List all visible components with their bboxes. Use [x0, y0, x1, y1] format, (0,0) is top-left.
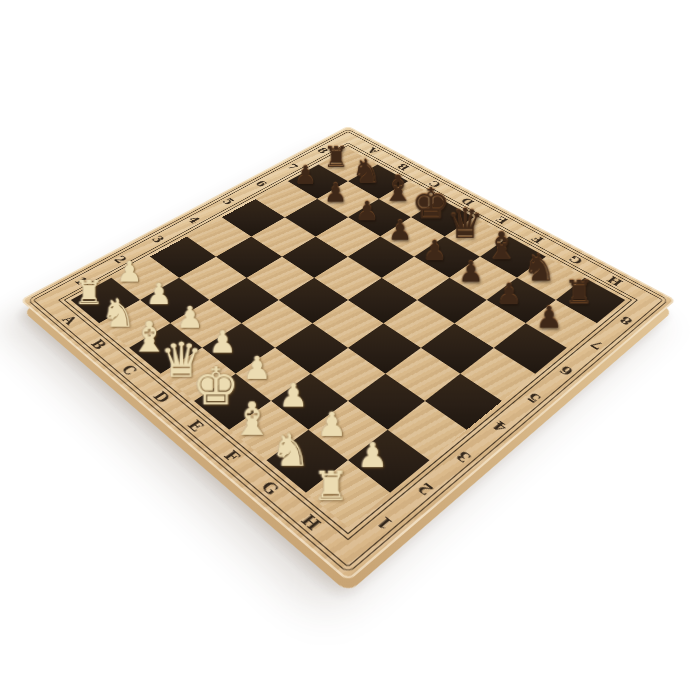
piece-white-rook-h1[interactable]: ♜ [301, 466, 361, 506]
chess-board: ♜♞♝♚♛♝♞♜♟♟♟♟♟♟♟♟♟♟♟♟♟♟♟♟♜♞♝♛♚♝♞♜ AA88BB7… [20, 126, 676, 582]
piece-black-pawn-h7[interactable]: ♟ [524, 303, 575, 333]
photo-background: ♜♞♝♚♛♝♞♜♟♟♟♟♟♟♟♟♟♟♟♟♟♟♟♟♜♞♝♛♚♝♞♜ AA88BB7… [0, 0, 700, 700]
board-frame: ♜♞♝♚♛♝♞♜♟♟♟♟♟♟♟♟♟♟♟♟♟♟♟♟♜♞♝♛♚♝♞♜ AA88BB7… [20, 126, 676, 582]
